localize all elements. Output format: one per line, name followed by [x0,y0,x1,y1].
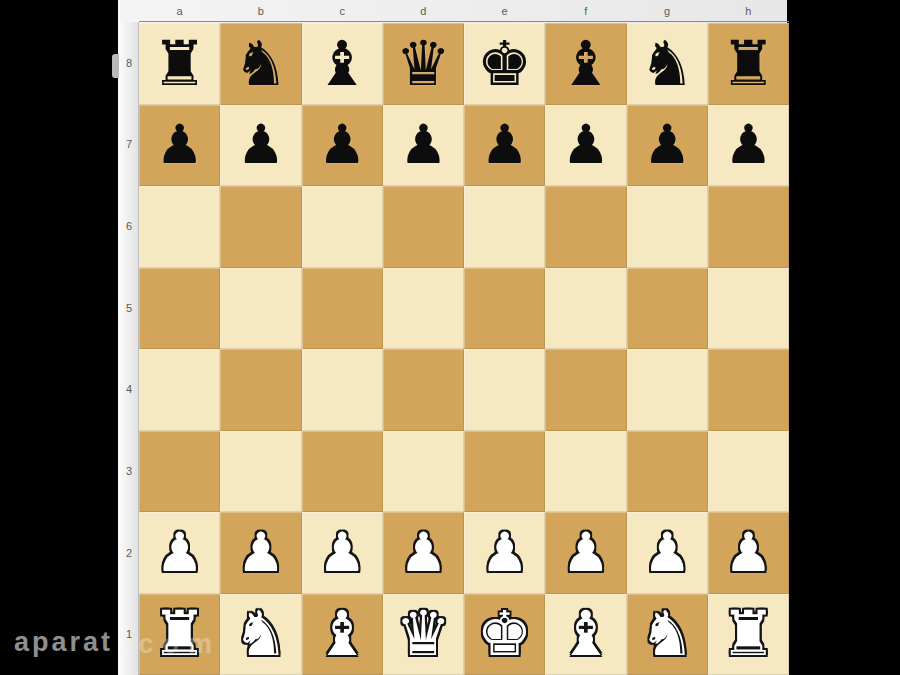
square-d4[interactable] [383,349,464,431]
square-f3[interactable] [545,431,626,513]
square-a5[interactable] [139,268,220,350]
file-label-b: b [220,0,301,21]
square-h2[interactable]: ♟ [708,512,789,594]
square-a8[interactable]: ♜ [139,23,220,105]
square-b6[interactable] [220,186,301,268]
piece-black-pawn[interactable]: ♟ [627,105,708,187]
piece-white-pawn[interactable]: ♟ [139,512,220,594]
square-g1[interactable]: ♞ [627,594,708,675]
rank-label-3: 3 [120,430,138,512]
square-h3[interactable] [708,431,789,513]
square-g7[interactable]: ♟ [627,105,708,187]
piece-black-rook[interactable]: ♜ [708,23,789,105]
piece-white-pawn[interactable]: ♟ [302,512,383,594]
square-e6[interactable] [464,186,545,268]
square-a2[interactable]: ♟ [139,512,220,594]
square-f8[interactable]: ♝ [545,23,626,105]
square-f2[interactable]: ♟ [545,512,626,594]
piece-white-queen[interactable]: ♛ [383,594,464,675]
square-d8[interactable]: ♛ [383,23,464,105]
square-e4[interactable] [464,349,545,431]
piece-black-pawn[interactable]: ♟ [383,105,464,187]
file-label-e: e [464,0,545,21]
square-e7[interactable]: ♟ [464,105,545,187]
square-c3[interactable] [302,431,383,513]
square-f1[interactable]: ♝ [545,594,626,675]
letterbox-right [787,0,900,675]
square-f7[interactable]: ♟ [545,105,626,187]
piece-black-pawn[interactable]: ♟ [139,105,220,187]
square-b8[interactable]: ♞ [220,23,301,105]
file-labels: abcdefgh [139,0,789,22]
square-e2[interactable]: ♟ [464,512,545,594]
piece-black-pawn[interactable]: ♟ [708,105,789,187]
square-e1[interactable]: ♚ [464,594,545,675]
piece-white-knight[interactable]: ♞ [220,594,301,675]
square-a4[interactable] [139,349,220,431]
piece-black-queen[interactable]: ♛ [383,23,464,105]
file-label-h: h [708,0,789,21]
chess-board: ♜♞♝♛♚♝♞♜♟♟♟♟♟♟♟♟♟♟♟♟♟♟♟♟♜♞♝♛♚♝♞♜ [139,23,789,675]
square-g3[interactable] [627,431,708,513]
video-frame: abcdefgh 87654321 ♜♞♝♛♚♝♞♜♟♟♟♟♟♟♟♟♟♟♟♟♟♟… [0,0,900,675]
piece-black-pawn[interactable]: ♟ [464,105,545,187]
piece-white-pawn[interactable]: ♟ [464,512,545,594]
piece-black-bishop[interactable]: ♝ [545,23,626,105]
square-g6[interactable] [627,186,708,268]
square-c5[interactable] [302,268,383,350]
rank-label-7: 7 [120,104,138,186]
square-c8[interactable]: ♝ [302,23,383,105]
square-h4[interactable] [708,349,789,431]
square-h1[interactable]: ♜ [708,594,789,675]
square-d7[interactable]: ♟ [383,105,464,187]
square-c2[interactable]: ♟ [302,512,383,594]
rank-label-5: 5 [120,267,138,349]
square-e8[interactable]: ♚ [464,23,545,105]
square-g4[interactable] [627,349,708,431]
square-a7[interactable]: ♟ [139,105,220,187]
coordinate-corner [120,0,139,22]
file-label-f: f [545,0,626,21]
rank-labels: 87654321 [120,22,139,675]
square-b5[interactable] [220,268,301,350]
square-g2[interactable]: ♟ [627,512,708,594]
piece-white-bishop[interactable]: ♝ [302,594,383,675]
piece-white-king[interactable]: ♚ [464,594,545,675]
square-g8[interactable]: ♞ [627,23,708,105]
square-g5[interactable] [627,268,708,350]
square-c7[interactable]: ♟ [302,105,383,187]
piece-black-bishop[interactable]: ♝ [302,23,383,105]
piece-black-pawn[interactable]: ♟ [302,105,383,187]
square-h8[interactable]: ♜ [708,23,789,105]
square-a6[interactable] [139,186,220,268]
file-label-d: d [383,0,464,21]
piece-white-rook[interactable]: ♜ [708,594,789,675]
square-h7[interactable]: ♟ [708,105,789,187]
window-edge-handle[interactable] [112,54,119,78]
piece-black-pawn[interactable]: ♟ [220,105,301,187]
square-e5[interactable] [464,268,545,350]
square-d5[interactable] [383,268,464,350]
square-d2[interactable]: ♟ [383,512,464,594]
file-label-c: c [302,0,383,21]
rank-label-2: 2 [120,512,138,594]
piece-white-pawn[interactable]: ♟ [383,512,464,594]
piece-black-pawn[interactable]: ♟ [545,105,626,187]
piece-white-pawn[interactable]: ♟ [220,512,301,594]
piece-black-knight[interactable]: ♞ [220,23,301,105]
chess-app-panel: abcdefgh 87654321 ♜♞♝♛♚♝♞♜♟♟♟♟♟♟♟♟♟♟♟♟♟♟… [118,0,787,675]
square-e3[interactable] [464,431,545,513]
square-d6[interactable] [383,186,464,268]
square-f4[interactable] [545,349,626,431]
square-b1[interactable]: ♞ [220,594,301,675]
square-c1[interactable]: ♝ [302,594,383,675]
file-label-a: a [139,0,220,21]
square-c6[interactable] [302,186,383,268]
rank-label-8: 8 [120,22,138,104]
square-h5[interactable] [708,268,789,350]
piece-white-pawn[interactable]: ♟ [708,512,789,594]
watermark-faint-text: .com [122,629,221,660]
piece-white-pawn[interactable]: ♟ [627,512,708,594]
rank-label-6: 6 [120,185,138,267]
square-b4[interactable] [220,349,301,431]
piece-white-bishop[interactable]: ♝ [545,594,626,675]
square-c4[interactable] [302,349,383,431]
rank-label-4: 4 [120,349,138,431]
square-b7[interactable]: ♟ [220,105,301,187]
square-b2[interactable]: ♟ [220,512,301,594]
piece-black-knight[interactable]: ♞ [627,23,708,105]
piece-white-knight[interactable]: ♞ [627,594,708,675]
piece-black-king[interactable]: ♚ [464,23,545,105]
square-f6[interactable] [545,186,626,268]
square-f5[interactable] [545,268,626,350]
watermark-text: aparat [14,627,113,658]
square-d3[interactable] [383,431,464,513]
piece-white-pawn[interactable]: ♟ [545,512,626,594]
file-label-g: g [627,0,708,21]
square-b3[interactable] [220,431,301,513]
square-d1[interactable]: ♛ [383,594,464,675]
square-a3[interactable] [139,431,220,513]
square-h6[interactable] [708,186,789,268]
letterbox-left [0,0,118,675]
piece-black-rook[interactable]: ♜ [139,23,220,105]
